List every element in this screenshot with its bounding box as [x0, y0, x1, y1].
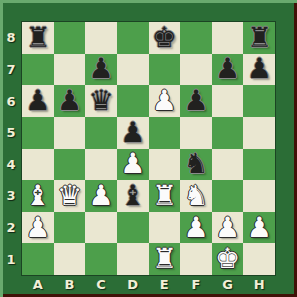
- square-e5[interactable]: [149, 117, 181, 149]
- piece-white-pawn[interactable]: ♟: [183, 214, 208, 242]
- square-f5[interactable]: [180, 117, 212, 149]
- square-b2[interactable]: [54, 212, 86, 244]
- piece-black-pawn[interactable]: ♟: [183, 87, 208, 115]
- square-c1[interactable]: [85, 243, 117, 275]
- rank-label-4: 4: [0, 149, 22, 181]
- piece-white-pawn[interactable]: ♟: [215, 214, 240, 242]
- piece-white-knight[interactable]: ♞: [183, 182, 208, 210]
- square-g4[interactable]: [212, 149, 244, 181]
- square-b1[interactable]: [54, 243, 86, 275]
- board: ♜♚♜♟♟♟♟♟♛♟♟♟♟♞♝♛♟♝♜♞♟♟♟♟♜♚: [22, 22, 275, 275]
- square-a7[interactable]: [22, 54, 54, 86]
- square-f3[interactable]: ♞: [180, 180, 212, 212]
- square-e7[interactable]: [149, 54, 181, 86]
- rank-label-7: 7: [0, 54, 22, 86]
- square-b5[interactable]: [54, 117, 86, 149]
- square-d8[interactable]: [117, 22, 149, 54]
- square-d6[interactable]: [117, 85, 149, 117]
- rank-label-1: 1: [0, 243, 22, 275]
- square-f2[interactable]: ♟: [180, 212, 212, 244]
- square-c6[interactable]: ♛: [85, 85, 117, 117]
- square-h4[interactable]: [243, 149, 275, 181]
- square-g7[interactable]: ♟: [212, 54, 244, 86]
- square-h1[interactable]: [243, 243, 275, 275]
- square-c4[interactable]: [85, 149, 117, 181]
- square-g1[interactable]: ♚: [212, 243, 244, 275]
- square-c5[interactable]: [85, 117, 117, 149]
- piece-white-rook[interactable]: ♜: [152, 245, 177, 273]
- file-label-c: C: [85, 275, 117, 294]
- piece-black-queen[interactable]: ♛: [89, 87, 114, 115]
- piece-black-pawn[interactable]: ♟: [25, 87, 50, 115]
- square-e1[interactable]: ♜: [149, 243, 181, 275]
- square-e6[interactable]: ♟: [149, 85, 181, 117]
- piece-white-bishop[interactable]: ♝: [25, 182, 50, 210]
- piece-black-king[interactable]: ♚: [152, 24, 177, 52]
- square-c7[interactable]: ♟: [85, 54, 117, 86]
- square-e3[interactable]: ♜: [149, 180, 181, 212]
- square-a1[interactable]: [22, 243, 54, 275]
- square-b3[interactable]: ♛: [54, 180, 86, 212]
- square-f7[interactable]: [180, 54, 212, 86]
- piece-black-pawn[interactable]: ♟: [215, 55, 240, 83]
- rank-label-2: 2: [0, 212, 22, 244]
- square-h6[interactable]: [243, 85, 275, 117]
- square-g2[interactable]: ♟: [212, 212, 244, 244]
- square-b6[interactable]: ♟: [54, 85, 86, 117]
- square-h8[interactable]: ♜: [243, 22, 275, 54]
- piece-white-king[interactable]: ♚: [215, 245, 240, 273]
- rank-label-6: 6: [0, 85, 22, 117]
- file-label-a: A: [22, 275, 54, 294]
- square-h7[interactable]: ♟: [243, 54, 275, 86]
- piece-white-rook[interactable]: ♜: [152, 182, 177, 210]
- square-e8[interactable]: ♚: [149, 22, 181, 54]
- piece-white-pawn[interactable]: ♟: [89, 182, 114, 210]
- square-g5[interactable]: [212, 117, 244, 149]
- piece-black-bishop[interactable]: ♝: [120, 182, 145, 210]
- piece-black-pawn[interactable]: ♟: [89, 55, 114, 83]
- rank-label-5: 5: [0, 117, 22, 149]
- file-label-e: E: [149, 275, 181, 294]
- square-a6[interactable]: ♟: [22, 85, 54, 117]
- square-g8[interactable]: [212, 22, 244, 54]
- piece-black-pawn[interactable]: ♟: [120, 119, 145, 147]
- chess-board-frame: 87654321 ♜♚♜♟♟♟♟♟♛♟♟♟♟♞♝♛♟♝♜♞♟♟♟♟♜♚ ABCD…: [0, 0, 297, 297]
- file-label-d: D: [117, 275, 149, 294]
- square-d7[interactable]: [117, 54, 149, 86]
- file-labels: ABCDEFGH: [22, 275, 275, 294]
- square-h2[interactable]: ♟: [243, 212, 275, 244]
- piece-black-knight[interactable]: ♞: [183, 150, 208, 178]
- piece-black-rook[interactable]: ♜: [25, 24, 50, 52]
- square-b4[interactable]: [54, 149, 86, 181]
- square-a4[interactable]: [22, 149, 54, 181]
- square-d3[interactable]: ♝: [117, 180, 149, 212]
- piece-black-pawn[interactable]: ♟: [247, 55, 272, 83]
- piece-black-pawn[interactable]: ♟: [57, 87, 82, 115]
- square-h3[interactable]: [243, 180, 275, 212]
- piece-white-queen[interactable]: ♛: [57, 182, 82, 210]
- square-g3[interactable]: [212, 180, 244, 212]
- square-b8[interactable]: [54, 22, 86, 54]
- square-c2[interactable]: [85, 212, 117, 244]
- file-label-g: G: [212, 275, 244, 294]
- piece-white-pawn[interactable]: ♟: [120, 150, 145, 178]
- square-f4[interactable]: ♞: [180, 149, 212, 181]
- square-e4[interactable]: [149, 149, 181, 181]
- piece-white-pawn[interactable]: ♟: [247, 214, 272, 242]
- square-a2[interactable]: ♟: [22, 212, 54, 244]
- square-a5[interactable]: [22, 117, 54, 149]
- file-label-b: B: [54, 275, 86, 294]
- piece-black-rook[interactable]: ♜: [247, 24, 272, 52]
- square-d1[interactable]: [117, 243, 149, 275]
- square-f1[interactable]: [180, 243, 212, 275]
- square-h5[interactable]: [243, 117, 275, 149]
- square-f8[interactable]: [180, 22, 212, 54]
- piece-white-pawn[interactable]: ♟: [152, 87, 177, 115]
- square-d2[interactable]: [117, 212, 149, 244]
- square-e2[interactable]: [149, 212, 181, 244]
- rank-label-8: 8: [0, 22, 22, 54]
- file-label-h: H: [243, 275, 275, 294]
- rank-labels: 87654321: [0, 22, 22, 275]
- square-c8[interactable]: [85, 22, 117, 54]
- file-label-f: F: [180, 275, 212, 294]
- piece-white-pawn[interactable]: ♟: [25, 214, 50, 242]
- square-a3[interactable]: ♝: [22, 180, 54, 212]
- square-d5[interactable]: ♟: [117, 117, 149, 149]
- square-a8[interactable]: ♜: [22, 22, 54, 54]
- square-d4[interactable]: ♟: [117, 149, 149, 181]
- square-g6[interactable]: [212, 85, 244, 117]
- square-c3[interactable]: ♟: [85, 180, 117, 212]
- square-b7[interactable]: [54, 54, 86, 86]
- square-f6[interactable]: ♟: [180, 85, 212, 117]
- rank-label-3: 3: [0, 180, 22, 212]
